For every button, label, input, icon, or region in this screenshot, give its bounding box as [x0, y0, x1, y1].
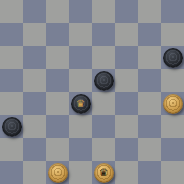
square-r3c2[interactable] [46, 69, 69, 92]
square-r6c6[interactable] [138, 138, 161, 161]
square-r1c2[interactable] [46, 23, 69, 46]
square-r6c1[interactable] [23, 138, 46, 161]
square-r0c4[interactable] [92, 0, 115, 23]
square-r5c7[interactable] [161, 115, 184, 138]
square-r4c2[interactable] [46, 92, 69, 115]
square-r7c5[interactable] [115, 161, 138, 184]
square-r1c5[interactable] [115, 23, 138, 46]
square-r2c5[interactable] [115, 46, 138, 69]
square-r7c0[interactable] [0, 161, 23, 184]
square-r6c7[interactable] [161, 138, 184, 161]
square-r0c5[interactable] [115, 0, 138, 23]
square-r5c6[interactable] [138, 115, 161, 138]
square-r2c2[interactable] [46, 46, 69, 69]
square-r7c4[interactable]: ♛ [92, 161, 115, 184]
square-r7c2[interactable] [46, 161, 69, 184]
square-r1c7[interactable] [161, 23, 184, 46]
square-r0c1[interactable] [23, 0, 46, 23]
square-r4c4[interactable] [92, 92, 115, 115]
gold-man-piece[interactable] [48, 163, 68, 183]
square-r2c7[interactable] [161, 46, 184, 69]
black-man-piece[interactable] [94, 71, 114, 91]
crown-icon: ♛ [76, 98, 85, 108]
crown-icon: ♛ [99, 167, 108, 177]
square-r0c6[interactable] [138, 0, 161, 23]
square-r5c3[interactable] [69, 115, 92, 138]
square-r2c1[interactable] [23, 46, 46, 69]
square-r6c5[interactable] [115, 138, 138, 161]
square-r3c7[interactable] [161, 69, 184, 92]
square-r5c5[interactable] [115, 115, 138, 138]
square-r5c4[interactable] [92, 115, 115, 138]
square-r4c3[interactable]: ♛ [69, 92, 92, 115]
square-r4c7[interactable] [161, 92, 184, 115]
black-man-piece[interactable] [2, 117, 22, 137]
square-r4c6[interactable] [138, 92, 161, 115]
square-r5c0[interactable] [0, 115, 23, 138]
square-r1c0[interactable] [0, 23, 23, 46]
square-r0c7[interactable] [161, 0, 184, 23]
checkers-board: ♛♛ [0, 0, 184, 184]
square-r2c3[interactable] [69, 46, 92, 69]
square-r4c0[interactable] [0, 92, 23, 115]
square-r1c3[interactable] [69, 23, 92, 46]
square-r2c4[interactable] [92, 46, 115, 69]
gold-man-piece[interactable] [163, 94, 183, 114]
square-r6c3[interactable] [69, 138, 92, 161]
square-r7c6[interactable] [138, 161, 161, 184]
square-r5c1[interactable] [23, 115, 46, 138]
square-r2c6[interactable] [138, 46, 161, 69]
square-r7c7[interactable] [161, 161, 184, 184]
gold-king-piece[interactable]: ♛ [94, 163, 114, 183]
square-r3c4[interactable] [92, 69, 115, 92]
square-r5c2[interactable] [46, 115, 69, 138]
square-r1c4[interactable] [92, 23, 115, 46]
square-r1c1[interactable] [23, 23, 46, 46]
square-r6c0[interactable] [0, 138, 23, 161]
square-r4c1[interactable] [23, 92, 46, 115]
square-r4c5[interactable] [115, 92, 138, 115]
square-r3c0[interactable] [0, 69, 23, 92]
square-r3c5[interactable] [115, 69, 138, 92]
square-r6c4[interactable] [92, 138, 115, 161]
square-r2c0[interactable] [0, 46, 23, 69]
square-r3c6[interactable] [138, 69, 161, 92]
square-r3c1[interactable] [23, 69, 46, 92]
square-r6c2[interactable] [46, 138, 69, 161]
square-r0c3[interactable] [69, 0, 92, 23]
square-r7c1[interactable] [23, 161, 46, 184]
square-r1c6[interactable] [138, 23, 161, 46]
square-r3c3[interactable] [69, 69, 92, 92]
black-king-piece[interactable]: ♛ [71, 94, 91, 114]
square-r7c3[interactable] [69, 161, 92, 184]
black-man-piece[interactable] [163, 48, 183, 68]
square-r0c2[interactable] [46, 0, 69, 23]
square-r0c0[interactable] [0, 0, 23, 23]
